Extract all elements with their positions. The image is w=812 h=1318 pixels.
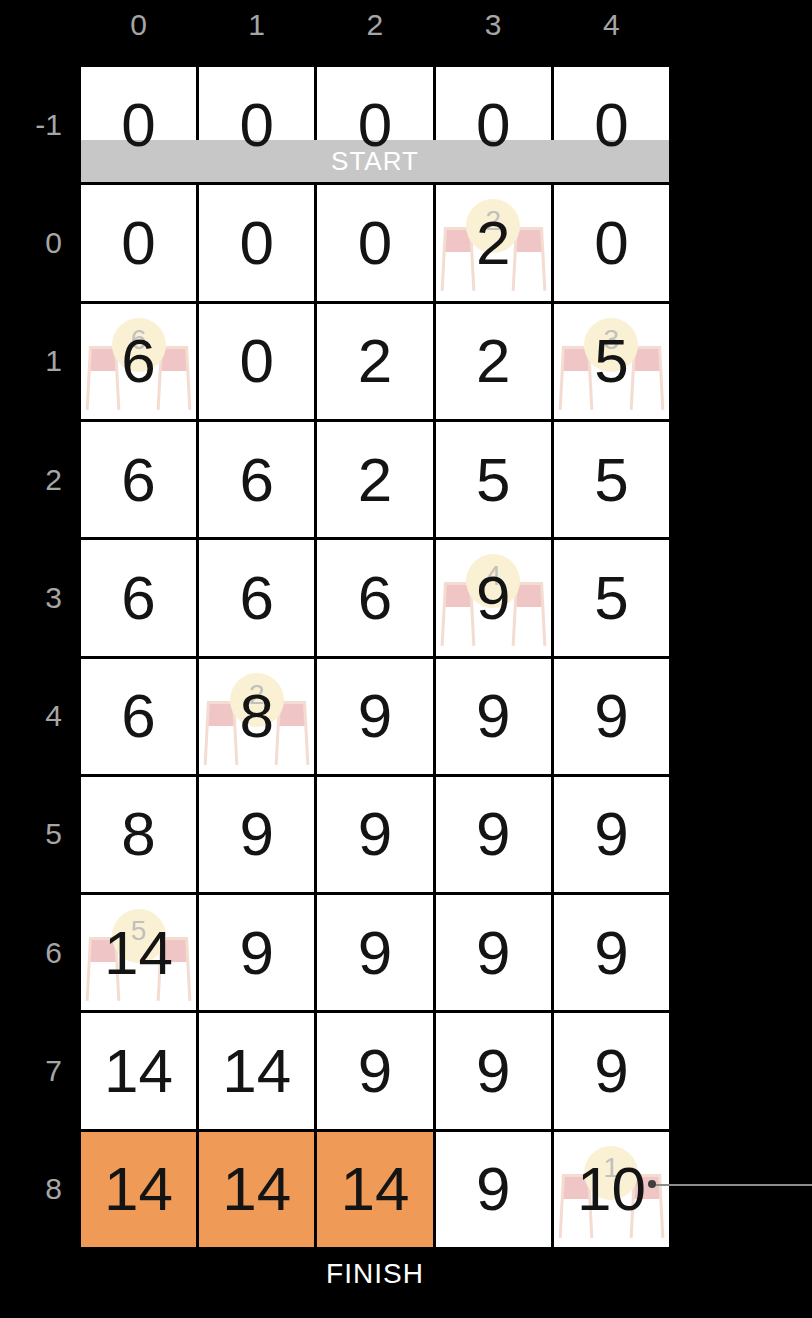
row-header-3: 3: [0, 540, 62, 655]
dp-value: 2: [358, 330, 392, 392]
cell-r5-c3: 9: [436, 777, 551, 892]
cell-r7-c2: 9: [317, 1013, 432, 1128]
cell-r5-c2: 9: [317, 777, 432, 892]
cell-r2-c1: 6: [199, 422, 314, 537]
dp-value: 10: [577, 1158, 646, 1220]
cell-r3-c2: 6: [317, 540, 432, 655]
dp-value: 6: [358, 567, 392, 629]
dp-grid: 0000000022066022356625566649562899989999…: [81, 67, 669, 1247]
col-header-3: 3: [436, 8, 551, 42]
col-header-2: 2: [317, 8, 432, 42]
cell-r1-c4: 35: [554, 304, 669, 419]
chair-left-icon: [89, 346, 117, 410]
cell-r7-c0: 14: [81, 1013, 196, 1128]
dp-value: 9: [358, 685, 392, 747]
cell-r0-c3: 22: [436, 185, 551, 300]
col-header-4: 4: [554, 8, 669, 42]
dp-value: 5: [594, 567, 628, 629]
dp-value: 6: [121, 567, 155, 629]
row-header-7: 7: [0, 1013, 62, 1128]
cell-r0-c4: 0: [554, 185, 669, 300]
dp-value: 0: [594, 212, 628, 274]
dp-value: 9: [476, 685, 510, 747]
cell-r3-c1: 6: [199, 540, 314, 655]
callout-leader-dot: [648, 1180, 656, 1188]
finish-row: FINISH: [81, 1254, 669, 1294]
cell-r5-c1: 9: [199, 777, 314, 892]
row-header-1: 1: [0, 304, 62, 419]
dp-value: 0: [358, 94, 392, 156]
cell-r8-c2: 14: [317, 1132, 432, 1247]
dp-value: 2: [476, 330, 510, 392]
dp-value: 5: [594, 449, 628, 511]
cell-r6-c2: 9: [317, 895, 432, 1010]
dp-value: 2: [358, 449, 392, 511]
dp-value: 14: [104, 1158, 173, 1220]
dp-value: 9: [476, 1040, 510, 1102]
dp-value: 0: [476, 94, 510, 156]
cell-r5-c0: 8: [81, 777, 196, 892]
cell-r4-c1: 28: [199, 659, 314, 774]
cell-r0-c2: 0: [317, 185, 432, 300]
finish-label: FINISH: [316, 1254, 434, 1294]
cell-r6-c4: 9: [554, 895, 669, 1010]
row-header--1: -1: [0, 67, 62, 182]
cell-r4-c0: 6: [81, 659, 196, 774]
cell-r4-c3: 9: [436, 659, 551, 774]
dp-value: 14: [341, 1158, 410, 1220]
cell-r1-c2: 2: [317, 304, 432, 419]
cell-r6-c0: 514: [81, 895, 196, 1010]
dp-value: 9: [476, 803, 510, 865]
dp-value: 6: [240, 449, 274, 511]
dp-value: 9: [358, 803, 392, 865]
cell-r6-c3: 9: [436, 895, 551, 1010]
dp-value: 8: [121, 803, 155, 865]
cell-r1-c0: 66: [81, 304, 196, 419]
row-header-8: 8: [0, 1132, 62, 1247]
cell-r0-c1: 0: [199, 185, 314, 300]
cell-r3-c4: 5: [554, 540, 669, 655]
dp-value: 6: [121, 685, 155, 747]
dp-value: 14: [104, 922, 173, 984]
dp-value: 6: [240, 567, 274, 629]
row-header-2: 2: [0, 422, 62, 537]
dp-value: 5: [476, 449, 510, 511]
dp-value: 0: [121, 212, 155, 274]
dp-value: 14: [222, 1040, 291, 1102]
dp-value: 0: [240, 330, 274, 392]
row-header-0: 0: [0, 185, 62, 300]
dp-value: 9: [594, 922, 628, 984]
cell-r4-c4: 9: [554, 659, 669, 774]
cell-r3-c3: 49: [436, 540, 551, 655]
cell-r6-c1: 9: [199, 895, 314, 1010]
dp-value: 9: [594, 685, 628, 747]
dp-value: 9: [476, 567, 510, 629]
chair-right-icon: [515, 227, 543, 291]
cell-r4-c2: 9: [317, 659, 432, 774]
dp-value: 9: [594, 1040, 628, 1102]
cell-r8-c0: 14: [81, 1132, 196, 1247]
cell-r2-c4: 5: [554, 422, 669, 537]
row-header-4: 4: [0, 659, 62, 774]
dp-value: 9: [358, 1040, 392, 1102]
dp-table-diagram: 01234 -1012345678 0000000022066022356625…: [0, 0, 812, 1318]
dp-value: 0: [121, 94, 155, 156]
dp-value: 0: [240, 212, 274, 274]
cell-r2-c3: 5: [436, 422, 551, 537]
cell-r7-c1: 14: [199, 1013, 314, 1128]
chair-right-icon: [515, 582, 543, 646]
cell-r8-c3: 9: [436, 1132, 551, 1247]
dp-value: 9: [240, 922, 274, 984]
dp-value: 9: [476, 922, 510, 984]
dp-value: 6: [121, 449, 155, 511]
col-header-0: 0: [81, 8, 196, 42]
cell-r8-c4: 110: [554, 1132, 669, 1247]
row-header-5: 5: [0, 777, 62, 892]
cell-r0-c0: 0: [81, 185, 196, 300]
cell-r8-c1: 14: [199, 1132, 314, 1247]
dp-value: 9: [594, 803, 628, 865]
cell-r2-c0: 6: [81, 422, 196, 537]
dp-value: 9: [358, 922, 392, 984]
dp-value: 2: [476, 212, 510, 274]
dp-value: 9: [240, 803, 274, 865]
col-header-1: 1: [199, 8, 314, 42]
cell-r3-c0: 6: [81, 540, 196, 655]
cell-r1-c1: 0: [199, 304, 314, 419]
cell-r7-c3: 9: [436, 1013, 551, 1128]
dp-value: 14: [104, 1040, 173, 1102]
cell-r7-c4: 9: [554, 1013, 669, 1128]
cell-r2-c2: 2: [317, 422, 432, 537]
dp-value: 14: [222, 1158, 291, 1220]
dp-value: 0: [594, 94, 628, 156]
chair-right-icon: [160, 346, 188, 410]
callout-leader-line: [651, 1184, 812, 1186]
dp-value: 0: [358, 212, 392, 274]
chair-right-icon: [278, 701, 306, 765]
dp-value: 8: [240, 685, 274, 747]
cell-r1-c3: 2: [436, 304, 551, 419]
chair-right-icon: [633, 346, 661, 410]
dp-value: 5: [594, 330, 628, 392]
cell-r5-c4: 9: [554, 777, 669, 892]
dp-value: 9: [476, 1158, 510, 1220]
dp-value: 6: [121, 330, 155, 392]
dp-value: 0: [240, 94, 274, 156]
row-header-6: 6: [0, 895, 62, 1010]
